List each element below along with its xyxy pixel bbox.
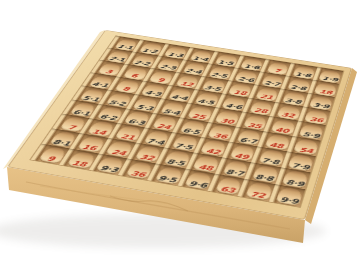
photo-of-multiplication-board: { "game": "multiplication-table-board", … <box>0 0 360 270</box>
tile-label: 9·9 <box>275 196 301 206</box>
tile-label: 63 <box>214 185 240 195</box>
tile-label: 36 <box>125 169 151 178</box>
tile-label: 9 <box>37 154 64 163</box>
tile-label: 18 <box>66 159 92 168</box>
tile-label: 9·5 <box>154 174 180 184</box>
tile-label: 9·3 <box>95 164 121 173</box>
tile-label: 9·6 <box>184 180 210 190</box>
tile-label: 72 <box>245 190 271 200</box>
